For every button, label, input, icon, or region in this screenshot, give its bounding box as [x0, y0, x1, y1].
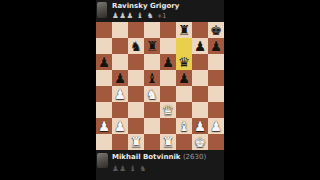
square-e3[interactable]: ♛: [160, 102, 176, 118]
black-queen-piece: ♛: [178, 54, 190, 70]
square-e8[interactable]: [160, 22, 176, 38]
square-a6[interactable]: ♟: [96, 54, 112, 70]
black-pawn-piece: ♟: [178, 70, 190, 86]
square-d6[interactable]: [144, 54, 160, 70]
black-king-piece: ♚: [210, 22, 222, 38]
top-player-name: Ravinsky Grigory: [112, 2, 179, 10]
square-f6[interactable]: ♛: [176, 54, 192, 70]
square-h3[interactable]: [208, 102, 224, 118]
white-pawn-piece: ♟: [114, 118, 126, 134]
white-king-piece: ♚: [194, 134, 206, 150]
chess-board[interactable]: ♜♚♞♜♟♟♟♟♛♟♝♟♟♞♛♟♟♝♟♟♜♜♚: [96, 22, 224, 150]
square-c6[interactable]: [128, 54, 144, 70]
square-a3[interactable]: [96, 102, 112, 118]
white-pawn-piece: ♟: [194, 118, 206, 134]
bottom-player-rating: (2630): [183, 153, 206, 161]
square-g8[interactable]: [192, 22, 208, 38]
square-g7[interactable]: ♟: [192, 38, 208, 54]
top-captured-tray: ♟♟♟ ♝ ♞+1: [112, 11, 166, 20]
square-e1[interactable]: ♜: [160, 134, 176, 150]
bottom-player-name: Mikhail Botvinnik (2630): [112, 153, 206, 161]
square-g4[interactable]: [192, 86, 208, 102]
square-d3[interactable]: [144, 102, 160, 118]
black-rook-piece: ♜: [146, 38, 158, 54]
white-pawn-piece: ♟: [210, 118, 222, 134]
square-h4[interactable]: [208, 86, 224, 102]
black-pawn-piece: ♟: [194, 38, 206, 54]
app-frame: Ravinsky Grigory ♟♟♟ ♝ ♞+1 ♜♚♞♜♟♟♟♟♛♟♝♟♟…: [0, 0, 320, 180]
square-h5[interactable]: [208, 70, 224, 86]
material-advantage-badge: +1: [157, 12, 167, 20]
square-e4[interactable]: [160, 86, 176, 102]
square-b1[interactable]: [112, 134, 128, 150]
square-c3[interactable]: [128, 102, 144, 118]
square-c4[interactable]: [128, 86, 144, 102]
square-d4[interactable]: ♞: [144, 86, 160, 102]
white-queen-piece: ♛: [162, 102, 174, 118]
square-b3[interactable]: [112, 102, 128, 118]
square-d7[interactable]: ♜: [144, 38, 160, 54]
square-h8[interactable]: ♚: [208, 22, 224, 38]
square-f8[interactable]: ♜: [176, 22, 192, 38]
square-f3[interactable]: [176, 102, 192, 118]
black-pawn-piece: ♟: [98, 54, 110, 70]
square-b8[interactable]: [112, 22, 128, 38]
top-player-bar: Ravinsky Grigory ♟♟♟ ♝ ♞+1: [96, 0, 224, 22]
bottom-captured-tray: ♟♟ ♝ ♞: [112, 164, 147, 173]
square-d1[interactable]: [144, 134, 160, 150]
square-d5[interactable]: ♝: [144, 70, 160, 86]
square-c1[interactable]: ♜: [128, 134, 144, 150]
square-b6[interactable]: [112, 54, 128, 70]
square-f5[interactable]: ♟: [176, 70, 192, 86]
square-e5[interactable]: [160, 70, 176, 86]
black-pawn-piece: ♟: [114, 70, 126, 86]
bottom-player-name-text: Mikhail Botvinnik: [112, 153, 180, 161]
square-b2[interactable]: ♟: [112, 118, 128, 134]
square-g2[interactable]: ♟: [192, 118, 208, 134]
square-f1[interactable]: [176, 134, 192, 150]
square-d2[interactable]: [144, 118, 160, 134]
white-pawn-piece: ♟: [114, 86, 126, 102]
square-c2[interactable]: [128, 118, 144, 134]
black-knight-piece: ♞: [130, 38, 142, 54]
square-f7[interactable]: [176, 38, 192, 54]
square-b7[interactable]: [112, 38, 128, 54]
square-e7[interactable]: [160, 38, 176, 54]
square-a5[interactable]: [96, 70, 112, 86]
square-f2[interactable]: ♝: [176, 118, 192, 134]
square-h6[interactable]: [208, 54, 224, 70]
white-bishop-piece: ♝: [178, 118, 190, 134]
square-a1[interactable]: [96, 134, 112, 150]
square-f4[interactable]: [176, 86, 192, 102]
square-e2[interactable]: [160, 118, 176, 134]
black-bishop-piece: ♝: [146, 70, 158, 86]
square-c5[interactable]: [128, 70, 144, 86]
black-rook-piece: ♜: [178, 22, 190, 38]
square-h7[interactable]: ♟: [208, 38, 224, 54]
square-g3[interactable]: [192, 102, 208, 118]
black-pawn-piece: ♟: [210, 38, 222, 54]
bottom-captured-pieces: ♟♟ ♝ ♞: [112, 164, 147, 173]
square-g5[interactable]: [192, 70, 208, 86]
square-g1[interactable]: ♚: [192, 134, 208, 150]
square-a8[interactable]: [96, 22, 112, 38]
square-h1[interactable]: [208, 134, 224, 150]
black-pawn-piece: ♟: [162, 54, 174, 70]
square-h2[interactable]: ♟: [208, 118, 224, 134]
square-c7[interactable]: ♞: [128, 38, 144, 54]
white-rook-piece: ♜: [162, 134, 174, 150]
white-pawn-piece: ♟: [98, 118, 110, 134]
white-rook-piece: ♜: [130, 134, 142, 150]
square-c8[interactable]: [128, 22, 144, 38]
square-d8[interactable]: [144, 22, 160, 38]
bottom-player-avatar: [97, 153, 108, 168]
bottom-player-bar: Mikhail Botvinnik (2630) ♟♟ ♝ ♞: [96, 150, 224, 180]
square-a7[interactable]: [96, 38, 112, 54]
square-b5[interactable]: ♟: [112, 70, 128, 86]
square-g6[interactable]: [192, 54, 208, 70]
square-b4[interactable]: ♟: [112, 86, 128, 102]
square-a2[interactable]: ♟: [96, 118, 112, 134]
white-knight-piece: ♞: [146, 86, 158, 102]
top-player-avatar: [97, 2, 107, 18]
square-e6[interactable]: ♟: [160, 54, 176, 70]
top-captured-pieces: ♟♟♟ ♝ ♞: [112, 11, 154, 20]
square-a4[interactable]: [96, 86, 112, 102]
